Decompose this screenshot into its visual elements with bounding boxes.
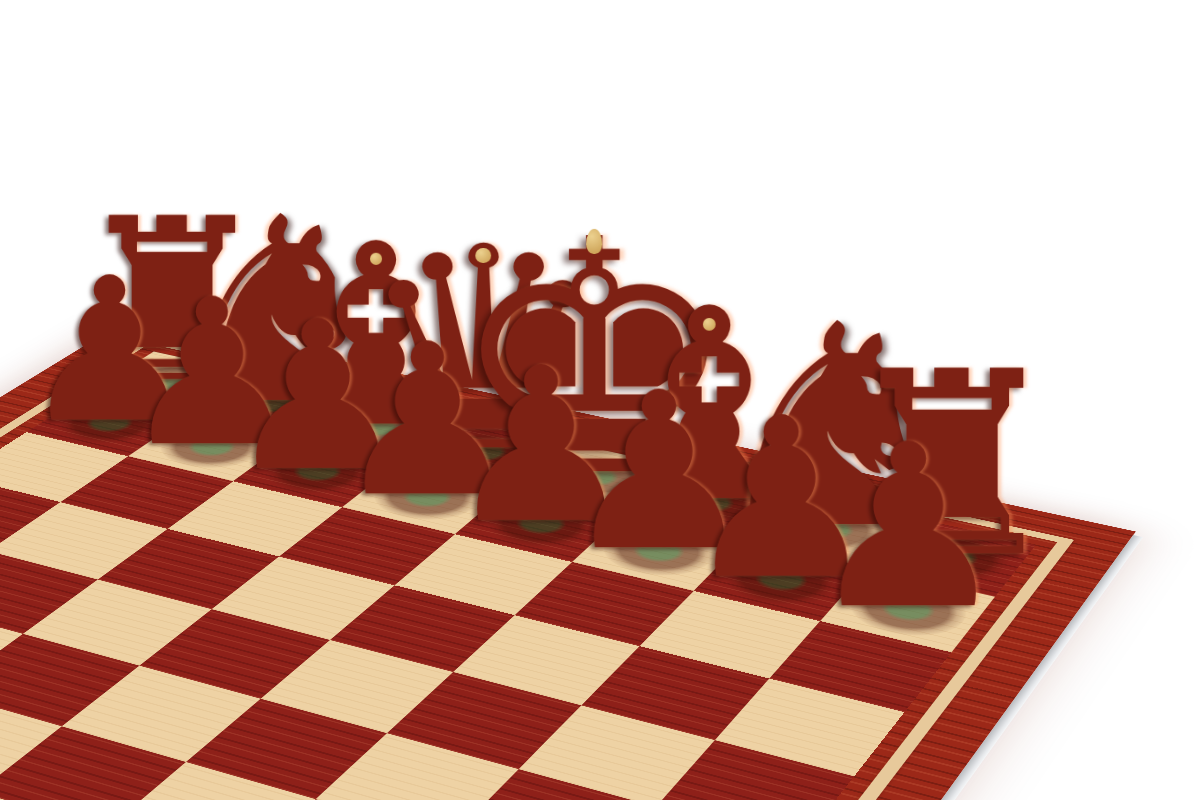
- board-grid: ♜♞♝♛♚♝♞♜♟♟♟♟♟♟♟♟: [0, 351, 1036, 800]
- photo-stage: ♜♞♝♛♚♝♞♜♟♟♟♟♟♟♟♟: [0, 0, 1200, 800]
- square-h7[interactable]: ♟: [820, 568, 995, 653]
- chess-board: ♜♞♝♛♚♝♞♜♟♟♟♟♟♟♟♟: [0, 316, 1136, 800]
- board-scene: ♜♞♝♛♚♝♞♜♟♟♟♟♟♟♟♟: [0, 0, 1200, 800]
- piece-pawn-h7[interactable]: ♟: [773, 415, 1044, 641]
- square-c4[interactable]: [23, 580, 212, 666]
- boxwood-finial-king: [586, 229, 602, 254]
